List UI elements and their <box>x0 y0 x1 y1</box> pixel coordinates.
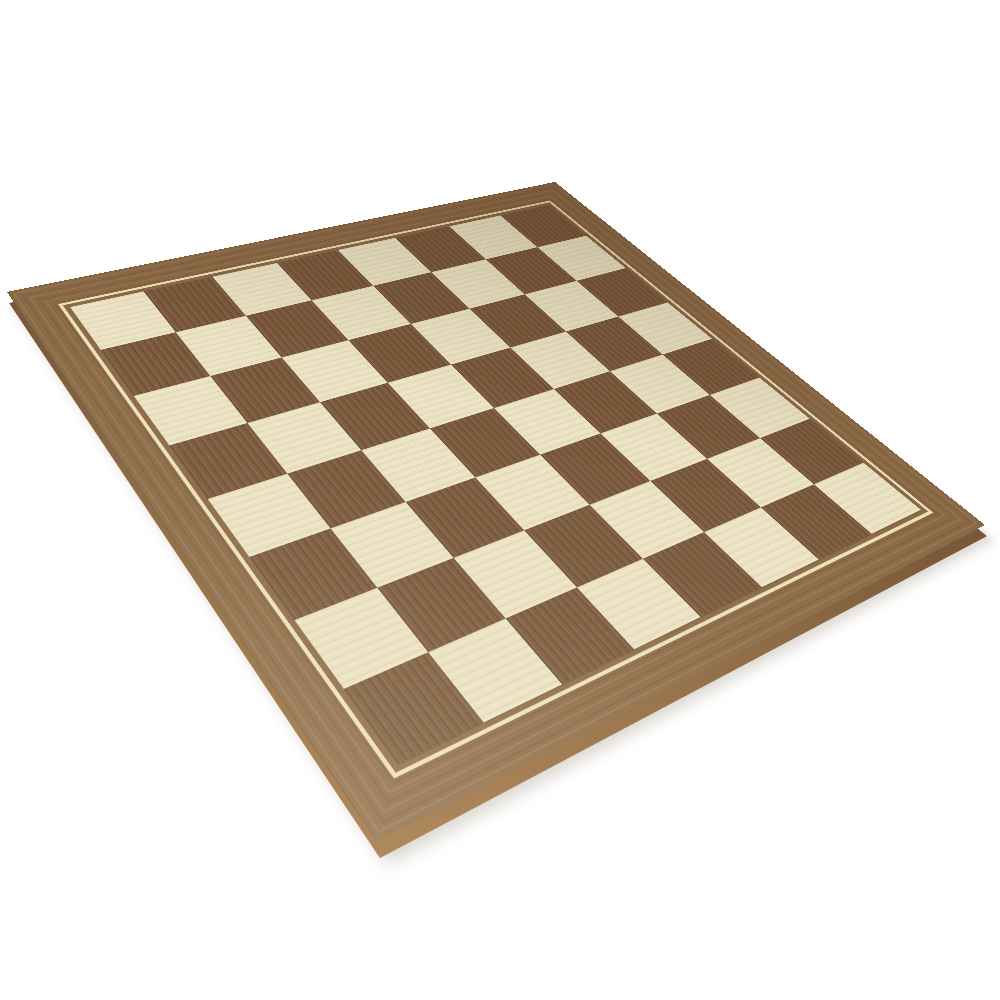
chessboard-product-photo <box>0 0 1000 1000</box>
board-squares <box>70 205 921 764</box>
